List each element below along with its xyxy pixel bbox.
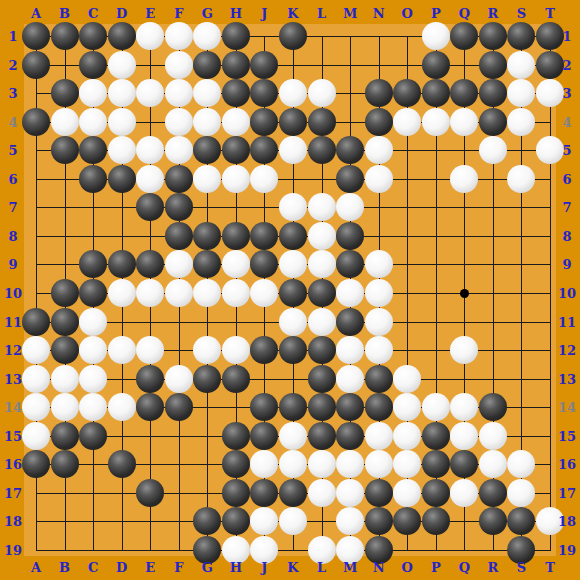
white-stone [79, 108, 107, 136]
grid-line [550, 36, 551, 551]
white-stone [51, 393, 79, 421]
row-label: 19 [558, 543, 576, 558]
column-label: G [202, 560, 213, 575]
white-stone [108, 393, 136, 421]
column-label: S [517, 6, 526, 21]
black-stone [22, 450, 50, 478]
black-stone [336, 308, 364, 336]
black-stone [365, 79, 393, 107]
white-stone [336, 365, 364, 393]
black-stone [79, 136, 107, 164]
column-label: D [116, 560, 127, 575]
black-stone [222, 22, 250, 50]
row-label: 17 [4, 485, 22, 500]
black-stone [479, 393, 507, 421]
black-stone [336, 136, 364, 164]
black-stone [193, 222, 221, 250]
column-label: M [343, 6, 357, 21]
column-label: N [373, 560, 385, 575]
row-label: 4 [562, 114, 571, 129]
column-label: B [59, 560, 70, 575]
white-stone [193, 336, 221, 364]
black-stone [222, 422, 250, 450]
black-stone [193, 51, 221, 79]
column-label: R [487, 6, 498, 21]
black-stone [279, 222, 307, 250]
column-label: L [317, 6, 326, 21]
black-stone [136, 250, 164, 278]
go-board-frame: ABCDEFGHJKLMNOPQRST ABCDEFGHJKLMNOPQRST … [0, 0, 580, 580]
white-stone [393, 365, 421, 393]
black-stone [165, 393, 193, 421]
go-board[interactable] [0, 0, 580, 580]
black-stone [336, 222, 364, 250]
column-label: M [343, 560, 357, 575]
row-label: 18 [4, 514, 22, 529]
white-stone [365, 250, 393, 278]
black-stone [22, 308, 50, 336]
white-stone [22, 422, 50, 450]
column-label: N [373, 6, 385, 21]
white-stone [450, 108, 478, 136]
row-label: 16 [4, 457, 22, 472]
white-stone [136, 79, 164, 107]
column-label: F [174, 6, 183, 21]
black-stone [79, 165, 107, 193]
black-stone [250, 250, 278, 278]
white-stone [308, 222, 336, 250]
row-label: 8 [8, 228, 17, 243]
column-label: Q [459, 560, 470, 575]
white-stone [136, 336, 164, 364]
black-stone [193, 136, 221, 164]
white-stone [193, 79, 221, 107]
row-label: 7 [8, 200, 17, 215]
white-stone [393, 108, 421, 136]
black-stone [365, 108, 393, 136]
row-label: 13 [4, 371, 22, 386]
column-label: O [402, 6, 413, 21]
black-stone [108, 22, 136, 50]
black-stone [507, 22, 535, 50]
column-label: K [287, 560, 298, 575]
column-label: R [487, 560, 498, 575]
black-stone [365, 507, 393, 535]
black-stone [422, 479, 450, 507]
black-stone [222, 479, 250, 507]
white-stone [507, 51, 535, 79]
black-stone [422, 507, 450, 535]
black-stone [308, 393, 336, 421]
column-label: P [431, 560, 441, 575]
column-label: T [545, 560, 555, 575]
white-stone [365, 165, 393, 193]
black-stone [250, 479, 278, 507]
black-stone [308, 336, 336, 364]
row-label: 9 [562, 257, 571, 272]
black-stone [365, 393, 393, 421]
black-stone [479, 51, 507, 79]
grid-line [36, 550, 551, 551]
white-stone [336, 193, 364, 221]
white-stone [336, 450, 364, 478]
black-stone [250, 136, 278, 164]
white-stone [79, 336, 107, 364]
column-label: S [517, 560, 526, 575]
black-stone [250, 51, 278, 79]
white-stone [165, 22, 193, 50]
white-stone [450, 336, 478, 364]
white-stone [365, 450, 393, 478]
black-stone [450, 450, 478, 478]
black-stone [365, 365, 393, 393]
white-stone [108, 136, 136, 164]
white-stone [222, 336, 250, 364]
column-label: J [261, 560, 267, 575]
row-label: 16 [558, 457, 576, 472]
white-stone [193, 22, 221, 50]
column-label: J [261, 6, 267, 21]
black-stone [136, 365, 164, 393]
row-label: 18 [558, 514, 576, 529]
black-stone [193, 365, 221, 393]
row-label: 3 [562, 86, 571, 101]
row-label: 17 [558, 485, 576, 500]
row-label: 4 [8, 114, 17, 129]
white-stone [507, 479, 535, 507]
black-stone [365, 479, 393, 507]
black-stone [79, 22, 107, 50]
white-stone [279, 308, 307, 336]
white-stone [365, 422, 393, 450]
column-label: C [88, 560, 98, 575]
white-stone [308, 450, 336, 478]
white-stone [507, 108, 535, 136]
white-stone [222, 165, 250, 193]
black-stone [308, 365, 336, 393]
white-stone [507, 165, 535, 193]
white-stone [165, 365, 193, 393]
black-stone [22, 51, 50, 79]
black-stone [250, 336, 278, 364]
white-stone [165, 136, 193, 164]
black-stone [193, 250, 221, 278]
white-stone [336, 507, 364, 535]
white-stone [108, 336, 136, 364]
black-stone [336, 250, 364, 278]
white-stone [393, 393, 421, 421]
black-stone [308, 279, 336, 307]
black-stone [479, 507, 507, 535]
white-stone [108, 279, 136, 307]
column-label: F [174, 560, 183, 575]
white-stone [279, 79, 307, 107]
white-stone [193, 165, 221, 193]
black-stone [51, 422, 79, 450]
white-stone [336, 336, 364, 364]
white-stone [422, 108, 450, 136]
black-stone [193, 507, 221, 535]
white-stone [450, 479, 478, 507]
black-stone [165, 222, 193, 250]
black-stone [279, 393, 307, 421]
black-stone [393, 507, 421, 535]
black-stone [108, 250, 136, 278]
black-stone [422, 51, 450, 79]
white-stone [222, 108, 250, 136]
black-stone [250, 79, 278, 107]
column-label: E [145, 6, 155, 21]
row-label: 19 [4, 543, 22, 558]
row-label: 5 [8, 143, 17, 158]
black-stone [222, 79, 250, 107]
black-stone [279, 22, 307, 50]
row-label: 6 [562, 171, 571, 186]
white-stone [450, 393, 478, 421]
row-label: 15 [558, 428, 576, 443]
white-stone [393, 479, 421, 507]
white-stone [479, 136, 507, 164]
white-stone [108, 79, 136, 107]
white-stone [308, 479, 336, 507]
white-stone [308, 79, 336, 107]
white-stone [308, 308, 336, 336]
row-label: 9 [8, 257, 17, 272]
black-stone [165, 193, 193, 221]
black-stone [279, 108, 307, 136]
row-label: 5 [562, 143, 571, 158]
black-stone [51, 450, 79, 478]
black-stone [136, 193, 164, 221]
white-stone [279, 450, 307, 478]
white-stone [393, 450, 421, 478]
black-stone [536, 51, 564, 79]
white-stone [479, 422, 507, 450]
black-stone [51, 279, 79, 307]
white-stone [51, 108, 79, 136]
white-stone [450, 422, 478, 450]
black-stone [51, 22, 79, 50]
white-stone [136, 165, 164, 193]
white-stone [108, 108, 136, 136]
white-stone [165, 250, 193, 278]
white-stone [250, 507, 278, 535]
black-stone [79, 422, 107, 450]
row-label: 3 [8, 86, 17, 101]
white-stone [365, 136, 393, 164]
black-stone [51, 136, 79, 164]
white-stone [79, 308, 107, 336]
row-label: 1 [8, 29, 17, 44]
white-stone [79, 365, 107, 393]
black-stone [479, 79, 507, 107]
white-stone [136, 279, 164, 307]
white-stone [308, 193, 336, 221]
white-stone [250, 450, 278, 478]
white-stone [479, 450, 507, 478]
black-stone [222, 507, 250, 535]
white-stone [108, 51, 136, 79]
white-stone [22, 393, 50, 421]
black-stone [136, 479, 164, 507]
white-stone [365, 279, 393, 307]
column-label: H [230, 6, 242, 21]
column-label: P [431, 6, 441, 21]
white-stone [250, 279, 278, 307]
white-stone [79, 393, 107, 421]
column-label: D [116, 6, 127, 21]
black-stone [308, 136, 336, 164]
row-label: 7 [562, 200, 571, 215]
white-stone [308, 250, 336, 278]
column-label: T [545, 6, 555, 21]
row-label: 6 [8, 171, 17, 186]
row-label: 14 [4, 400, 22, 415]
column-label: K [287, 6, 298, 21]
black-stone [51, 336, 79, 364]
black-stone [250, 393, 278, 421]
white-stone [51, 365, 79, 393]
row-label: 12 [4, 343, 22, 358]
black-stone [222, 222, 250, 250]
black-stone [165, 165, 193, 193]
white-stone [422, 22, 450, 50]
white-stone [365, 308, 393, 336]
star-point [460, 289, 469, 298]
black-stone [51, 308, 79, 336]
black-stone [422, 79, 450, 107]
column-label: L [317, 560, 326, 575]
row-label: 15 [4, 428, 22, 443]
column-label: B [59, 6, 70, 21]
column-label: A [31, 6, 41, 21]
white-stone [165, 51, 193, 79]
black-stone [108, 450, 136, 478]
white-stone [79, 79, 107, 107]
black-stone [479, 479, 507, 507]
white-stone [193, 108, 221, 136]
column-label: O [402, 560, 413, 575]
black-stone [336, 165, 364, 193]
black-stone [279, 479, 307, 507]
black-stone [79, 250, 107, 278]
white-stone [279, 422, 307, 450]
row-label: 12 [558, 343, 576, 358]
column-label: E [145, 560, 155, 575]
black-stone [422, 422, 450, 450]
white-stone [336, 279, 364, 307]
white-stone [507, 450, 535, 478]
black-stone [222, 51, 250, 79]
row-label: 1 [562, 29, 571, 44]
row-label: 14 [558, 400, 576, 415]
white-stone [165, 108, 193, 136]
black-stone [222, 136, 250, 164]
black-stone [222, 365, 250, 393]
black-stone [507, 507, 535, 535]
column-label: A [31, 560, 41, 575]
row-label: 8 [562, 228, 571, 243]
row-label: 10 [558, 286, 576, 301]
black-stone [250, 422, 278, 450]
white-stone [507, 79, 535, 107]
black-stone [250, 108, 278, 136]
column-label: H [230, 560, 242, 575]
white-stone [279, 507, 307, 535]
white-stone [222, 250, 250, 278]
white-stone [22, 365, 50, 393]
black-stone [336, 422, 364, 450]
row-label: 13 [558, 371, 576, 386]
white-stone [450, 165, 478, 193]
black-stone [479, 22, 507, 50]
black-stone [108, 165, 136, 193]
black-stone [79, 279, 107, 307]
black-stone [279, 279, 307, 307]
black-stone [336, 393, 364, 421]
black-stone [308, 108, 336, 136]
black-stone [136, 393, 164, 421]
white-stone [22, 336, 50, 364]
white-stone [536, 79, 564, 107]
white-stone [165, 279, 193, 307]
black-stone [79, 51, 107, 79]
black-stone [536, 22, 564, 50]
grid-line [36, 379, 551, 380]
white-stone [136, 136, 164, 164]
black-stone [450, 79, 478, 107]
white-stone [536, 136, 564, 164]
row-label: 10 [4, 286, 22, 301]
white-stone [222, 279, 250, 307]
white-stone [279, 193, 307, 221]
white-stone [165, 79, 193, 107]
row-label: 2 [8, 57, 17, 72]
black-stone [422, 450, 450, 478]
column-label: Q [459, 6, 470, 21]
black-stone [450, 22, 478, 50]
black-stone [479, 108, 507, 136]
black-stone [222, 450, 250, 478]
white-stone [422, 393, 450, 421]
row-label: 11 [4, 314, 22, 329]
black-stone [22, 108, 50, 136]
white-stone [365, 336, 393, 364]
row-label: 2 [562, 57, 571, 72]
white-stone [193, 279, 221, 307]
black-stone [279, 336, 307, 364]
black-stone [308, 422, 336, 450]
column-label: C [88, 6, 98, 21]
black-stone [250, 222, 278, 250]
white-stone [279, 250, 307, 278]
white-stone [393, 422, 421, 450]
white-stone [136, 22, 164, 50]
white-stone [336, 479, 364, 507]
black-stone [51, 79, 79, 107]
row-label: 11 [558, 314, 576, 329]
black-stone [22, 22, 50, 50]
column-label: G [202, 6, 213, 21]
black-stone [393, 79, 421, 107]
white-stone [250, 165, 278, 193]
white-stone [279, 136, 307, 164]
